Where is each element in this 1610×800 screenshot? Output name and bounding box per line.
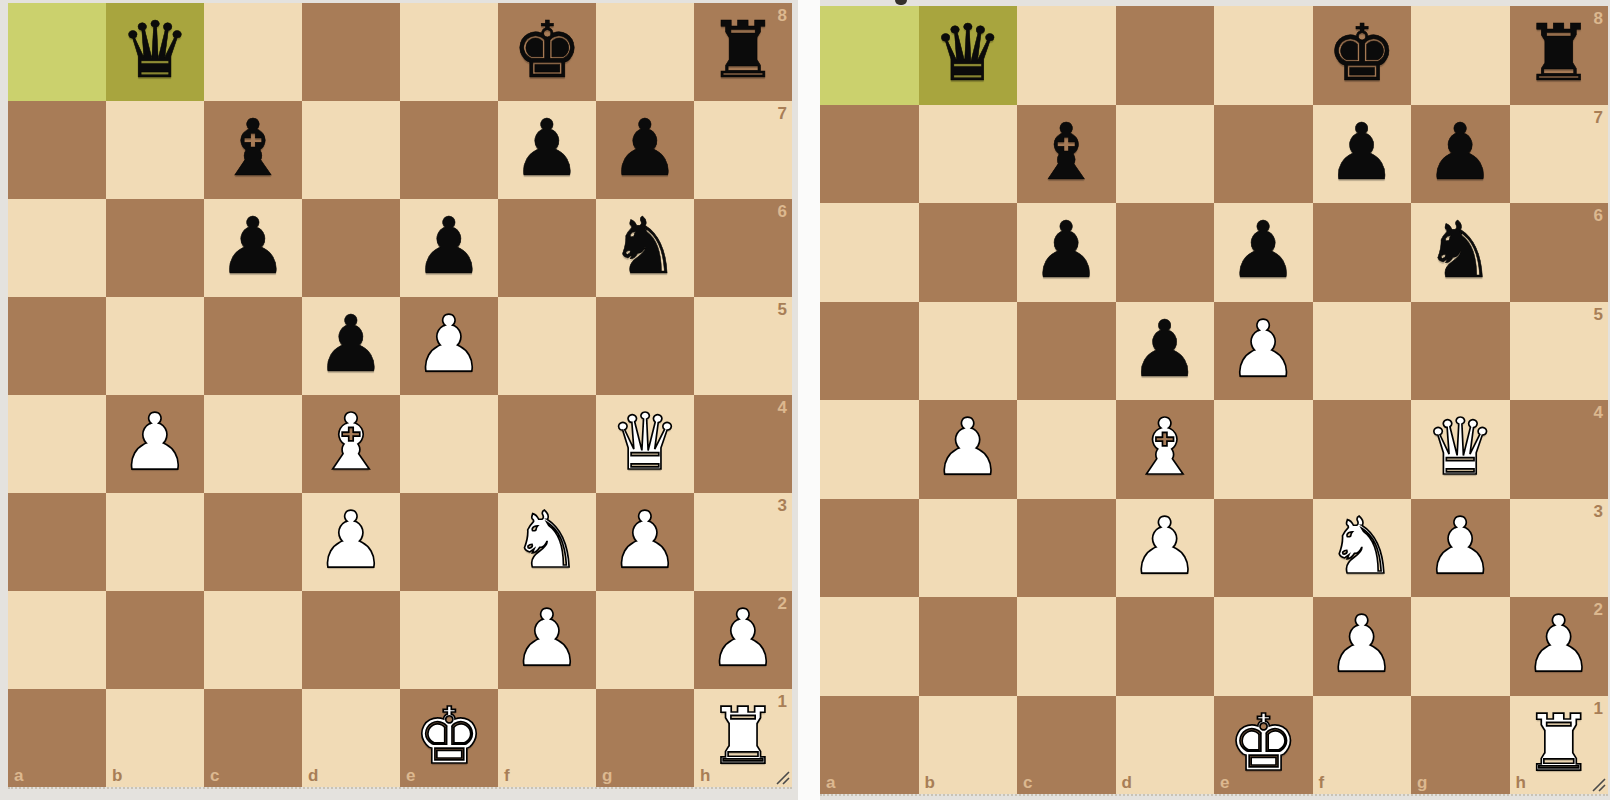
chessboard-right-grid: ♛♚♜8♝♟♟7♟♟♞6♟♟5♟♝♛4♟♞♟3♟♟2abcd♚efg♜1h (820, 6, 1608, 794)
square-c1[interactable]: c (1017, 696, 1116, 795)
square-a5[interactable] (8, 297, 106, 395)
square-f4[interactable] (1313, 400, 1412, 499)
square-f2[interactable]: ♟ (498, 591, 596, 689)
square-h2[interactable]: ♟2 (694, 591, 792, 689)
square-h4[interactable]: 4 (694, 395, 792, 493)
square-a4[interactable] (8, 395, 106, 493)
square-c8[interactable] (1017, 6, 1116, 105)
square-a8[interactable] (8, 3, 106, 101)
square-g5[interactable] (1411, 302, 1510, 401)
resize-handle-icon[interactable] (774, 769, 790, 785)
piece-white-pawn-h2[interactable]: ♟ (708, 599, 778, 677)
piece-white-rook-h1[interactable]: ♜ (708, 697, 778, 775)
square-d4[interactable]: ♝ (1116, 400, 1215, 499)
piece-black-pawn-d5[interactable]: ♟ (1130, 310, 1200, 388)
square-c8[interactable] (204, 3, 302, 101)
square-e3[interactable] (1214, 499, 1313, 598)
square-b3[interactable] (919, 499, 1018, 598)
rank-label-5: 5 (778, 301, 787, 318)
piece-white-pawn-e5[interactable]: ♟ (414, 305, 484, 383)
square-b6[interactable] (919, 203, 1018, 302)
square-b2[interactable] (106, 591, 204, 689)
square-b5[interactable] (106, 297, 204, 395)
piece-black-bishop-c7[interactable]: ♝ (218, 109, 288, 187)
square-e5[interactable]: ♟ (1214, 302, 1313, 401)
rank-label-3: 3 (1594, 503, 1603, 520)
resize-handle-icon[interactable] (1590, 776, 1606, 792)
square-c6[interactable]: ♟ (204, 199, 302, 297)
square-b1[interactable]: b (919, 696, 1018, 795)
piece-white-pawn-f2[interactable]: ♟ (512, 599, 582, 677)
piece-white-pawn-g3[interactable]: ♟ (610, 501, 680, 579)
square-f1[interactable]: f (1313, 696, 1412, 795)
square-h5[interactable]: 5 (694, 297, 792, 395)
piece-black-pawn-d5[interactable]: ♟ (316, 305, 386, 383)
piece-black-pawn-c6[interactable]: ♟ (1031, 211, 1101, 289)
piece-black-queen-b8[interactable]: ♛ (933, 14, 1003, 92)
square-c2[interactable] (1017, 597, 1116, 696)
file-label-h: h (700, 767, 710, 784)
cropped-content-fragment (895, 0, 907, 5)
square-d4[interactable]: ♝ (302, 395, 400, 493)
square-a5[interactable] (820, 302, 919, 401)
square-h5[interactable]: 5 (1510, 302, 1609, 401)
piece-black-knight-g6[interactable]: ♞ (610, 207, 680, 285)
square-d3[interactable]: ♟ (302, 493, 400, 591)
square-a2[interactable] (8, 591, 106, 689)
piece-white-pawn-e5[interactable]: ♟ (1228, 310, 1298, 388)
square-h6[interactable]: 6 (1510, 203, 1609, 302)
file-label-h: h (1516, 774, 1526, 791)
square-e7[interactable] (400, 101, 498, 199)
square-b4[interactable]: ♟ (919, 400, 1018, 499)
piece-black-pawn-g7[interactable]: ♟ (610, 109, 680, 187)
square-a7[interactable] (820, 105, 919, 204)
square-c4[interactable] (204, 395, 302, 493)
square-a3[interactable] (8, 493, 106, 591)
square-f3[interactable]: ♞ (498, 493, 596, 591)
square-f6[interactable] (1313, 203, 1412, 302)
piece-white-pawn-d3[interactable]: ♟ (1130, 507, 1200, 585)
file-label-c: c (1023, 774, 1032, 791)
square-e8[interactable] (1214, 6, 1313, 105)
square-e4[interactable] (400, 395, 498, 493)
rank-label-2: 2 (1594, 601, 1603, 618)
square-e3[interactable] (400, 493, 498, 591)
square-h8[interactable]: ♜8 (1510, 6, 1609, 105)
square-a7[interactable] (8, 101, 106, 199)
square-f3[interactable]: ♞ (1313, 499, 1412, 598)
file-label-d: d (308, 767, 318, 784)
square-b5[interactable] (919, 302, 1018, 401)
square-h3[interactable]: 3 (694, 493, 792, 591)
square-b1[interactable]: b (106, 689, 204, 787)
square-b8[interactable]: ♛ (106, 3, 204, 101)
square-b6[interactable] (106, 199, 204, 297)
rank-label-6: 6 (778, 203, 787, 220)
square-g4[interactable]: ♛ (1411, 400, 1510, 499)
piece-white-king-e1[interactable]: ♚ (1228, 704, 1298, 782)
square-b4[interactable]: ♟ (106, 395, 204, 493)
square-e6[interactable]: ♟ (1214, 203, 1313, 302)
square-c3[interactable] (204, 493, 302, 591)
square-g1[interactable]: g (1411, 696, 1510, 795)
square-f2[interactable]: ♟ (1313, 597, 1412, 696)
piece-white-pawn-f2[interactable]: ♟ (1327, 605, 1397, 683)
chessboard-left-grid: ♛♚♜8♝♟♟7♟♟♞6♟♟5♟♝♛4♟♞♟3♟♟2abcd♚efg♜1h (8, 3, 792, 787)
square-g2[interactable] (596, 591, 694, 689)
square-g3[interactable]: ♟ (596, 493, 694, 591)
square-d5[interactable]: ♟ (1116, 302, 1215, 401)
rank-label-4: 4 (1594, 404, 1603, 421)
square-f7[interactable]: ♟ (1313, 105, 1412, 204)
piece-black-rook-h8[interactable]: ♜ (708, 11, 778, 89)
square-h7[interactable]: 7 (694, 101, 792, 199)
rank-label-7: 7 (1594, 109, 1603, 126)
piece-black-pawn-e6[interactable]: ♟ (414, 207, 484, 285)
piece-black-rook-h8[interactable]: ♜ (1524, 14, 1594, 92)
rank-label-5: 5 (1594, 306, 1603, 323)
square-a1[interactable]: a (820, 696, 919, 795)
chessboard-right: ♛♚♜8♝♟♟7♟♟♞6♟♟5♟♝♛4♟♞♟3♟♟2abcd♚efg♜1h (820, 6, 1608, 796)
square-b7[interactable] (919, 105, 1018, 204)
square-f5[interactable] (498, 297, 596, 395)
square-a1[interactable]: a (8, 689, 106, 787)
square-f8[interactable]: ♚ (1313, 6, 1412, 105)
file-label-b: b (112, 767, 122, 784)
square-b3[interactable] (106, 493, 204, 591)
square-h8[interactable]: ♜8 (694, 3, 792, 101)
piece-white-queen-g4[interactable]: ♛ (1425, 408, 1495, 486)
square-h7[interactable]: 7 (1510, 105, 1609, 204)
square-d2[interactable] (1116, 597, 1215, 696)
square-a6[interactable] (820, 203, 919, 302)
board-divider (798, 0, 820, 800)
square-g6[interactable]: ♞ (1411, 203, 1510, 302)
square-d5[interactable]: ♟ (302, 297, 400, 395)
file-label-e: e (1220, 774, 1229, 791)
square-a3[interactable] (820, 499, 919, 598)
file-label-f: f (1319, 774, 1325, 791)
square-h6[interactable]: 6 (694, 199, 792, 297)
square-f5[interactable] (1313, 302, 1412, 401)
square-f1[interactable]: f (498, 689, 596, 787)
file-label-g: g (1417, 774, 1427, 791)
piece-black-king-f8[interactable]: ♚ (512, 11, 582, 89)
square-e4[interactable] (1214, 400, 1313, 499)
square-a2[interactable] (820, 597, 919, 696)
rank-label-3: 3 (778, 497, 787, 514)
square-e1[interactable]: ♚e (400, 689, 498, 787)
square-h3[interactable]: 3 (1510, 499, 1609, 598)
rank-label-1: 1 (1594, 700, 1603, 717)
square-d7[interactable] (1116, 105, 1215, 204)
square-g7[interactable]: ♟ (596, 101, 694, 199)
file-label-d: d (1122, 774, 1132, 791)
piece-white-pawn-b4[interactable]: ♟ (933, 408, 1003, 486)
square-d3[interactable]: ♟ (1116, 499, 1215, 598)
piece-white-bishop-d4[interactable]: ♝ (1130, 408, 1200, 486)
square-g1[interactable]: g (596, 689, 694, 787)
square-a4[interactable] (820, 400, 919, 499)
piece-white-king-e1[interactable]: ♚ (414, 697, 484, 775)
rank-label-2: 2 (778, 595, 787, 612)
file-label-e: e (406, 767, 415, 784)
piece-white-pawn-g3[interactable]: ♟ (1425, 507, 1495, 585)
square-g8[interactable] (596, 3, 694, 101)
square-c5[interactable] (1017, 302, 1116, 401)
square-g2[interactable] (1411, 597, 1510, 696)
square-h2[interactable]: ♟2 (1510, 597, 1609, 696)
rank-label-4: 4 (778, 399, 787, 416)
piece-black-pawn-f7[interactable]: ♟ (1327, 113, 1397, 191)
piece-white-knight-f3[interactable]: ♞ (1327, 507, 1397, 585)
square-c1[interactable]: c (204, 689, 302, 787)
square-f7[interactable]: ♟ (498, 101, 596, 199)
chessboard-left: ♛♚♜8♝♟♟7♟♟♞6♟♟5♟♝♛4♟♞♟3♟♟2abcd♚efg♜1h (8, 3, 792, 789)
piece-white-queen-g4[interactable]: ♛ (610, 403, 680, 481)
square-c6[interactable]: ♟ (1017, 203, 1116, 302)
square-d8[interactable] (302, 3, 400, 101)
square-b2[interactable] (919, 597, 1018, 696)
piece-white-pawn-b4[interactable]: ♟ (120, 403, 190, 481)
square-c7[interactable]: ♝ (1017, 105, 1116, 204)
square-d1[interactable]: d (302, 689, 400, 787)
file-label-f: f (504, 767, 510, 784)
square-d1[interactable]: d (1116, 696, 1215, 795)
square-d6[interactable] (302, 199, 400, 297)
square-d8[interactable] (1116, 6, 1215, 105)
square-e1[interactable]: ♚e (1214, 696, 1313, 795)
square-f4[interactable] (498, 395, 596, 493)
file-label-c: c (210, 767, 219, 784)
piece-black-pawn-f7[interactable]: ♟ (512, 109, 582, 187)
piece-white-pawn-h2[interactable]: ♟ (1524, 605, 1594, 683)
square-c2[interactable] (204, 591, 302, 689)
square-c3[interactable] (1017, 499, 1116, 598)
file-label-a: a (14, 767, 23, 784)
square-h4[interactable]: 4 (1510, 400, 1609, 499)
square-g8[interactable] (1411, 6, 1510, 105)
square-g4[interactable]: ♛ (596, 395, 694, 493)
square-g6[interactable]: ♞ (596, 199, 694, 297)
piece-black-king-f8[interactable]: ♚ (1327, 14, 1397, 92)
square-g3[interactable]: ♟ (1411, 499, 1510, 598)
square-e2[interactable] (1214, 597, 1313, 696)
square-f8[interactable]: ♚ (498, 3, 596, 101)
square-e5[interactable]: ♟ (400, 297, 498, 395)
square-c5[interactable] (204, 297, 302, 395)
piece-black-bishop-c7[interactable]: ♝ (1031, 113, 1101, 191)
square-g5[interactable] (596, 297, 694, 395)
file-label-a: a (826, 774, 835, 791)
piece-white-knight-f3[interactable]: ♞ (512, 501, 582, 579)
square-d6[interactable] (1116, 203, 1215, 302)
piece-black-knight-g6[interactable]: ♞ (1425, 211, 1495, 289)
square-b8[interactable]: ♛ (919, 6, 1018, 105)
piece-black-pawn-c6[interactable]: ♟ (218, 207, 288, 285)
square-d2[interactable] (302, 591, 400, 689)
rank-label-6: 6 (1594, 207, 1603, 224)
piece-black-queen-b8[interactable]: ♛ (120, 11, 190, 89)
piece-white-bishop-d4[interactable]: ♝ (316, 403, 386, 481)
piece-white-rook-h1[interactable]: ♜ (1524, 704, 1594, 782)
square-e8[interactable] (400, 3, 498, 101)
file-label-b: b (925, 774, 935, 791)
rank-label-1: 1 (778, 693, 787, 710)
square-c4[interactable] (1017, 400, 1116, 499)
square-e6[interactable]: ♟ (400, 199, 498, 297)
rank-label-8: 8 (1594, 10, 1603, 27)
square-c7[interactable]: ♝ (204, 101, 302, 199)
piece-black-pawn-e6[interactable]: ♟ (1228, 211, 1298, 289)
square-e7[interactable] (1214, 105, 1313, 204)
square-a6[interactable] (8, 199, 106, 297)
square-a8[interactable] (820, 6, 919, 105)
piece-white-pawn-d3[interactable]: ♟ (316, 501, 386, 579)
square-e2[interactable] (400, 591, 498, 689)
file-label-g: g (602, 767, 612, 784)
square-g7[interactable]: ♟ (1411, 105, 1510, 204)
piece-black-pawn-g7[interactable]: ♟ (1425, 113, 1495, 191)
square-b7[interactable] (106, 101, 204, 199)
rank-label-7: 7 (778, 105, 787, 122)
square-d7[interactable] (302, 101, 400, 199)
square-f6[interactable] (498, 199, 596, 297)
rank-label-8: 8 (778, 7, 787, 24)
